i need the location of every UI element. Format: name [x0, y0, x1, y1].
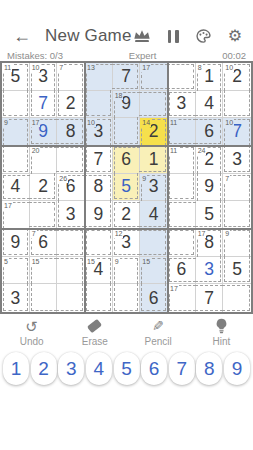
- given-digit: 9: [10, 232, 20, 253]
- status-row: Mistakes: 0/3 Expert 00:02: [7, 50, 246, 61]
- cage-border: [114, 283, 139, 311]
- cell-r6c3[interactable]: 3: [57, 201, 85, 229]
- cage-sum: 9: [114, 257, 120, 266]
- top-bar: ← New Game ⚙: [0, 25, 253, 47]
- cage-border: [224, 200, 250, 227]
- cage-sum: 11: [169, 118, 178, 127]
- given-digit: 3: [149, 176, 159, 197]
- cage-sum: 15: [141, 257, 151, 266]
- cell-r2c1[interactable]: [2, 91, 30, 119]
- cell-r9c2[interactable]: [30, 284, 58, 312]
- cell-r9c7[interactable]: 17: [168, 284, 196, 312]
- cell-r5c2[interactable]: 2: [30, 174, 58, 202]
- cell-r6c9[interactable]: [223, 201, 251, 229]
- cell-r4c1[interactable]: [2, 146, 30, 174]
- action-toolbar: ↺UndoErase✎PencilHint: [0, 318, 253, 347]
- numpad-3[interactable]: 3: [58, 352, 84, 385]
- given-digit: 9: [93, 204, 103, 225]
- given-digit: 8: [93, 176, 103, 197]
- cell-r9c5[interactable]: [113, 284, 141, 312]
- cage-border: [56, 283, 83, 311]
- cell-r7c6[interactable]: [140, 229, 168, 257]
- bulb-icon: [215, 318, 228, 334]
- cage-sum: 5: [3, 257, 9, 266]
- cage-sum: 12: [114, 229, 124, 238]
- cell-r1c9[interactable]: 102: [223, 63, 251, 91]
- eraser-icon: [88, 318, 101, 334]
- given-digit: 7: [204, 288, 214, 309]
- cage-sum: 26: [58, 174, 68, 183]
- cell-r4c8[interactable]: 242: [196, 146, 224, 174]
- cell-r2c2[interactable]: 7: [30, 91, 58, 119]
- cell-r9c6[interactable]: 6: [140, 284, 168, 312]
- given-digit: 8: [66, 121, 76, 142]
- cell-r4c7[interactable]: 11: [168, 146, 196, 174]
- cell-r1c4[interactable]: 13: [85, 63, 113, 91]
- undo-button[interactable]: ↺Undo: [0, 318, 63, 347]
- cage-border: [3, 90, 28, 117]
- cell-r4c4[interactable]: 7: [85, 146, 113, 174]
- given-digit: 4: [10, 176, 20, 197]
- given-digit: 3: [66, 204, 76, 225]
- numpad-1[interactable]: 1: [3, 352, 29, 385]
- user-digit: 5: [121, 176, 131, 197]
- cage-border: [224, 90, 250, 117]
- cell-r7c3[interactable]: [57, 229, 85, 257]
- cage-border: [169, 230, 194, 255]
- cage-sum: 18: [114, 91, 124, 100]
- given-digit: 5: [232, 259, 242, 280]
- cage-sum: 13: [86, 63, 96, 72]
- undo-icon: ↺: [25, 318, 38, 334]
- cell-r7c2[interactable]: 76: [30, 229, 58, 257]
- cell-r4c2[interactable]: 20: [30, 146, 58, 174]
- toolbar-label: Undo: [20, 336, 44, 347]
- difficulty-label: Expert: [63, 50, 222, 61]
- cage-sum: 15: [86, 257, 96, 266]
- given-digit: 6: [121, 149, 131, 170]
- cell-r2c8[interactable]: 4: [196, 91, 224, 119]
- cell-r5c4[interactable]: 8: [85, 174, 113, 202]
- palette-icon[interactable]: [196, 28, 211, 44]
- cell-r1c6[interactable]: 17: [140, 63, 168, 91]
- pause-icon[interactable]: [168, 28, 179, 44]
- cage-sum: 10: [86, 118, 96, 127]
- cell-r4c5[interactable]: 6: [113, 146, 141, 174]
- cell-r6c4[interactable]: 9: [85, 201, 113, 229]
- cell-r2c4[interactable]: [85, 91, 113, 119]
- cage-border: [3, 145, 28, 172]
- given-digit: 2: [66, 93, 76, 114]
- toolbar-label: Erase: [82, 336, 108, 347]
- cell-r8c3[interactable]: [57, 257, 85, 285]
- cage-sum: 8: [197, 63, 203, 72]
- cell-r4c9[interactable]: 3: [223, 146, 251, 174]
- cage-sum: 9: [141, 174, 147, 183]
- given-digit: 3: [232, 149, 242, 170]
- app-root: ← New Game ⚙ Mistakes: 0/3 E: [0, 0, 253, 450]
- mistakes-counter: Mistakes: 0/3: [7, 50, 63, 61]
- numpad-9[interactable]: 9: [224, 352, 250, 385]
- given-digit: 6: [149, 288, 159, 309]
- numpad-8[interactable]: 8: [196, 352, 222, 385]
- cell-r6c1[interactable]: 17: [2, 201, 30, 229]
- cage-sum: 7: [224, 174, 230, 183]
- numpad-5[interactable]: 5: [114, 352, 140, 385]
- given-digit: 4: [149, 204, 159, 225]
- cell-r7c8[interactable]: 178: [196, 229, 224, 257]
- erase-button[interactable]: Erase: [63, 318, 126, 347]
- cell-r3c9[interactable]: 107: [223, 118, 251, 146]
- cage-sum: 17: [3, 201, 13, 210]
- cell-r2c9[interactable]: [223, 91, 251, 119]
- cage-sum: 11: [3, 63, 12, 72]
- cell-r6c5[interactable]: 2: [113, 201, 141, 229]
- crown-icon[interactable]: [133, 28, 151, 44]
- toolbar-label: Hint: [212, 336, 230, 347]
- cell-r9c3[interactable]: [57, 284, 85, 312]
- killer-sudoku-board: 1151037137178110272189349179810314211610…: [0, 61, 253, 314]
- cage-border: [56, 147, 83, 172]
- cell-r6c6[interactable]: 4: [140, 201, 168, 229]
- cell-r5c6[interactable]: 93: [140, 174, 168, 202]
- cage-border: [139, 92, 166, 117]
- cell-r5c5[interactable]: 5: [113, 174, 141, 202]
- cage-sum: 17: [197, 229, 207, 238]
- settings-gear-icon[interactable]: ⚙: [228, 28, 242, 44]
- cell-r5c7[interactable]: [168, 174, 196, 202]
- cell-r8c9[interactable]: 5: [223, 257, 251, 285]
- cage-border: [169, 202, 196, 227]
- cell-r1c2[interactable]: 103: [30, 63, 58, 91]
- numpad-2[interactable]: 2: [31, 352, 57, 385]
- cell-r6c7[interactable]: [168, 201, 196, 229]
- given-digit: 9: [204, 176, 214, 197]
- cell-r1c1[interactable]: 115: [2, 63, 30, 91]
- given-digit: 2: [121, 204, 131, 225]
- cell-r7c1[interactable]: 9: [2, 229, 30, 257]
- given-digit: 6: [204, 121, 214, 142]
- cell-r8c7[interactable]: 6: [168, 257, 196, 285]
- cell-r5c1[interactable]: 4: [2, 174, 30, 202]
- user-digit: 3: [204, 259, 214, 280]
- cell-r6c2[interactable]: [30, 201, 58, 229]
- cage-border: [114, 117, 139, 144]
- cell-r3c6[interactable]: 142: [140, 118, 168, 146]
- back-arrow-icon[interactable]: ←: [13, 26, 31, 46]
- cell-r8c2[interactable]: 15: [30, 257, 58, 285]
- cage-sum: 15: [31, 257, 41, 266]
- given-digit: 7: [93, 149, 103, 170]
- cage-border: [167, 64, 194, 89]
- given-digit: 5: [204, 204, 214, 225]
- cell-r3c3[interactable]: 8: [57, 118, 85, 146]
- cage-sum: 9: [224, 229, 230, 238]
- cell-r9c9[interactable]: [223, 284, 251, 312]
- cell-r3c5[interactable]: [113, 118, 141, 146]
- cage-sum: 10: [224, 63, 234, 72]
- cell-r7c9[interactable]: 9: [223, 229, 251, 257]
- cell-r8c1[interactable]: 5: [2, 257, 30, 285]
- timer: 00:02: [222, 50, 246, 61]
- cage-sum: 24: [197, 146, 207, 155]
- cell-r2c7[interactable]: 3: [168, 91, 196, 119]
- cell-r4c6[interactable]: 1: [140, 146, 168, 174]
- pencil-button[interactable]: ✎Pencil: [127, 318, 190, 347]
- cell-r1c5[interactable]: 7: [113, 63, 141, 91]
- cage-border: [139, 230, 166, 255]
- cell-r1c3[interactable]: 7: [57, 63, 85, 91]
- given-digit: 2: [38, 176, 48, 197]
- page-title: New Game: [45, 26, 132, 46]
- cage-sum: 10: [31, 63, 41, 72]
- cage-sum: 7: [58, 63, 64, 72]
- cage-sum: 17: [31, 118, 41, 127]
- cell-r8c6[interactable]: 15: [140, 257, 168, 285]
- cell-r4c3[interactable]: [57, 146, 85, 174]
- cage-sum: 20: [31, 146, 41, 155]
- given-digit: 3: [10, 288, 20, 309]
- cell-r7c5[interactable]: 123: [113, 229, 141, 257]
- toolbar-label: Pencil: [145, 336, 172, 347]
- cell-r5c3[interactable]: 266: [57, 174, 85, 202]
- given-digit: 4: [204, 93, 214, 114]
- numpad-6[interactable]: 6: [141, 352, 167, 385]
- cell-r5c9[interactable]: 7: [223, 174, 251, 202]
- cell-r7c7[interactable]: [168, 229, 196, 257]
- cage-border: [169, 173, 194, 200]
- cell-r2c6[interactable]: [140, 91, 168, 119]
- cage-border: [29, 202, 56, 227]
- cage-border: [222, 285, 250, 311]
- given-digit: 1: [204, 66, 214, 87]
- cage-sum: 9: [3, 118, 9, 127]
- cell-r7c4[interactable]: [85, 229, 113, 257]
- number-pad: 123456789: [0, 352, 253, 385]
- cage-border: [86, 230, 111, 255]
- given-digit: 7: [121, 66, 131, 87]
- cell-r8c5[interactable]: 9: [113, 257, 141, 285]
- given-digit: 3: [176, 93, 186, 114]
- cell-r8c4[interactable]: 154: [85, 257, 113, 285]
- given-digit: 6: [38, 232, 48, 253]
- header-icons: ⚙: [133, 28, 242, 44]
- cage-sum: 7: [31, 229, 37, 238]
- cell-r1c7[interactable]: [168, 63, 196, 91]
- cage-sum: 10: [224, 118, 234, 127]
- cage-sum: 17: [169, 284, 179, 293]
- given-digit: 1: [149, 149, 159, 170]
- cell-r9c1[interactable]: 3: [2, 284, 30, 312]
- cell-r2c5[interactable]: 189: [113, 91, 141, 119]
- numpad-7[interactable]: 7: [169, 352, 195, 385]
- cage-sum: 11: [169, 146, 178, 155]
- numpad-4[interactable]: 4: [86, 352, 112, 385]
- cage-sum: 17: [141, 63, 151, 72]
- given-digit: 6: [176, 259, 186, 280]
- hint-button[interactable]: Hint: [190, 318, 253, 347]
- cell-r3c2[interactable]: 179: [30, 118, 58, 146]
- cell-r3c4[interactable]: 103: [85, 118, 113, 146]
- pencil-icon: ✎: [152, 318, 164, 334]
- cell-r5c8[interactable]: 9: [196, 174, 224, 202]
- cell-r6c8[interactable]: 5: [196, 201, 224, 229]
- cage-border: [56, 230, 83, 255]
- cell-r3c8[interactable]: 6: [196, 118, 224, 146]
- user-digit: 7: [38, 93, 48, 114]
- cell-r1c8[interactable]: 81: [196, 63, 224, 91]
- cell-r3c7[interactable]: 11: [168, 118, 196, 146]
- cell-r8c8[interactable]: 3: [196, 257, 224, 285]
- cage-border: [56, 258, 83, 285]
- cell-r9c8[interactable]: 7: [196, 284, 224, 312]
- cage-border: [31, 283, 58, 311]
- board-cells: 1151037137178110272189349179810314211610…: [2, 63, 251, 312]
- cage-sum: 14: [141, 118, 151, 127]
- cage-border: [86, 283, 111, 311]
- cage-border: [86, 90, 111, 117]
- cell-r9c4[interactable]: [85, 284, 113, 312]
- cell-r2c3[interactable]: 2: [57, 91, 85, 119]
- cell-r3c1[interactable]: 9: [2, 118, 30, 146]
